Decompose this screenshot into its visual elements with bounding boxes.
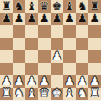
piece-white-bishop[interactable]: ♝ <box>26 88 36 100</box>
square-g3[interactable] <box>76 63 89 76</box>
piece-black-pawn[interactable]: ♟ <box>90 13 100 25</box>
square-d6[interactable] <box>38 25 51 38</box>
piece-black-rook[interactable]: ♜ <box>90 0 100 12</box>
square-h5[interactable] <box>88 38 101 51</box>
square-a7[interactable]: ♟ <box>0 13 13 26</box>
square-g6[interactable] <box>76 25 89 38</box>
square-e5[interactable] <box>51 38 64 51</box>
piece-white-king[interactable]: ♚ <box>52 88 62 100</box>
square-a3[interactable] <box>0 63 13 76</box>
square-d5[interactable] <box>38 38 51 51</box>
square-e3[interactable] <box>51 63 64 76</box>
square-g8[interactable]: ♞ <box>76 0 89 13</box>
square-b1[interactable]: ♞ <box>13 88 26 101</box>
piece-black-pawn[interactable]: ♟ <box>26 13 36 25</box>
square-f2[interactable]: ♟ <box>63 75 76 88</box>
square-e8[interactable]: ♚ <box>51 0 64 13</box>
piece-white-pawn[interactable]: ♟ <box>64 75 74 87</box>
square-f6[interactable] <box>63 25 76 38</box>
square-a5[interactable] <box>0 38 13 51</box>
piece-black-pawn[interactable]: ♟ <box>64 13 74 25</box>
square-f5[interactable] <box>63 38 76 51</box>
piece-white-rook[interactable]: ♜ <box>1 88 11 100</box>
square-e6[interactable] <box>51 25 64 38</box>
square-b8[interactable]: ♞ <box>13 0 26 13</box>
square-f8[interactable]: ♝ <box>63 0 76 13</box>
piece-white-bishop[interactable]: ♝ <box>64 88 74 100</box>
square-c2[interactable]: ♟ <box>25 75 38 88</box>
piece-white-pawn[interactable]: ♟ <box>26 75 36 87</box>
square-h4[interactable] <box>88 50 101 63</box>
piece-black-bishop[interactable]: ♝ <box>26 0 36 12</box>
piece-black-pawn[interactable]: ♟ <box>39 13 49 25</box>
square-c4[interactable] <box>25 50 38 63</box>
square-c3[interactable] <box>25 63 38 76</box>
square-b5[interactable] <box>13 38 26 51</box>
square-g1[interactable]: ♞ <box>76 88 89 101</box>
square-e4[interactable]: ♟ <box>51 50 64 63</box>
square-e7[interactable]: ♟ <box>51 13 64 26</box>
square-a4[interactable] <box>0 50 13 63</box>
square-c6[interactable] <box>25 25 38 38</box>
chess-board-wrapper: ♜♞♝♛♚♝♞♜♟♟♟♟♟♟♟♟♟♟♟♟♟♟♟♟♜♞♝♛♚♝♞♜ <box>0 0 101 100</box>
square-e2[interactable] <box>51 75 64 88</box>
square-h1[interactable]: ♜ <box>88 88 101 101</box>
piece-white-pawn[interactable]: ♟ <box>39 75 49 87</box>
square-h2[interactable]: ♟ <box>88 75 101 88</box>
square-c5[interactable] <box>25 38 38 51</box>
square-g5[interactable] <box>76 38 89 51</box>
square-d4[interactable] <box>38 50 51 63</box>
square-h8[interactable]: ♜ <box>88 0 101 13</box>
square-g2[interactable]: ♟ <box>76 75 89 88</box>
piece-white-pawn[interactable]: ♟ <box>77 75 87 87</box>
piece-black-pawn[interactable]: ♟ <box>14 13 24 25</box>
square-f3[interactable] <box>63 63 76 76</box>
piece-white-queen[interactable]: ♛ <box>39 88 49 100</box>
piece-black-knight[interactable]: ♞ <box>14 0 24 12</box>
square-h7[interactable]: ♟ <box>88 13 101 26</box>
square-b2[interactable]: ♟ <box>13 75 26 88</box>
square-c8[interactable]: ♝ <box>25 0 38 13</box>
piece-white-pawn[interactable]: ♟ <box>52 50 62 62</box>
square-c1[interactable]: ♝ <box>25 88 38 101</box>
piece-white-knight[interactable]: ♞ <box>77 88 87 100</box>
square-e1[interactable]: ♚ <box>51 88 64 101</box>
square-b3[interactable] <box>13 63 26 76</box>
square-b6[interactable] <box>13 25 26 38</box>
piece-white-pawn[interactable]: ♟ <box>1 75 11 87</box>
square-d3[interactable] <box>38 63 51 76</box>
square-h6[interactable] <box>88 25 101 38</box>
piece-black-pawn[interactable]: ♟ <box>52 13 62 25</box>
piece-black-pawn[interactable]: ♟ <box>1 13 11 25</box>
piece-black-king[interactable]: ♚ <box>52 0 62 12</box>
piece-black-rook[interactable]: ♜ <box>1 0 11 12</box>
square-f7[interactable]: ♟ <box>63 13 76 26</box>
square-c7[interactable]: ♟ <box>25 13 38 26</box>
piece-white-knight[interactable]: ♞ <box>14 88 24 100</box>
square-g4[interactable] <box>76 50 89 63</box>
square-f4[interactable] <box>63 50 76 63</box>
piece-black-knight[interactable]: ♞ <box>77 0 87 12</box>
piece-white-pawn[interactable]: ♟ <box>90 75 100 87</box>
square-d8[interactable]: ♛ <box>38 0 51 13</box>
piece-black-pawn[interactable]: ♟ <box>77 13 87 25</box>
square-f1[interactable]: ♝ <box>63 88 76 101</box>
square-a6[interactable] <box>0 25 13 38</box>
chess-board: ♜♞♝♛♚♝♞♜♟♟♟♟♟♟♟♟♟♟♟♟♟♟♟♟♜♞♝♛♚♝♞♜ <box>0 0 101 100</box>
square-b7[interactable]: ♟ <box>13 13 26 26</box>
square-b4[interactable] <box>13 50 26 63</box>
square-d2[interactable]: ♟ <box>38 75 51 88</box>
square-g7[interactable]: ♟ <box>76 13 89 26</box>
square-h3[interactable] <box>88 63 101 76</box>
piece-black-bishop[interactable]: ♝ <box>64 0 74 12</box>
square-a1[interactable]: ♜ <box>0 88 13 101</box>
square-a8[interactable]: ♜ <box>0 0 13 13</box>
piece-black-queen[interactable]: ♛ <box>39 0 49 12</box>
piece-white-rook[interactable]: ♜ <box>90 88 100 100</box>
piece-white-pawn[interactable]: ♟ <box>14 75 24 87</box>
square-d7[interactable]: ♟ <box>38 13 51 26</box>
square-a2[interactable]: ♟ <box>0 75 13 88</box>
square-d1[interactable]: ♛ <box>38 88 51 101</box>
